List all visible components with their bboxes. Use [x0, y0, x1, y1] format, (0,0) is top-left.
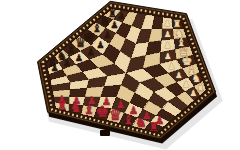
- three-player-chess-board: ♜♟♞♟♜♟♝♞♟♟♚♝♛♟♟♝♛♟♟♞♟♚♜♟♟♟♝♟♞♟♜♟♟♟♟♟♟♜♞♟…: [0, 0, 240, 150]
- black-pawn: ♟: [87, 46, 95, 57]
- white-rook: ♜: [196, 82, 205, 93]
- red-king: ♚: [95, 103, 109, 121]
- black-pawn: ♟: [63, 57, 71, 68]
- black-pawn: ♟: [75, 52, 83, 63]
- white-pawn: ♟: [164, 29, 172, 39]
- red-bishop: ♝: [122, 112, 134, 127]
- white-pawn: ♟: [189, 88, 197, 98]
- white-pawn: ♟: [164, 40, 172, 50]
- red-queen: ♛: [109, 106, 122, 123]
- white-pawn: ♟: [164, 51, 172, 61]
- red-rook: ♜: [57, 99, 68, 113]
- red-bishop: ♝: [83, 102, 95, 117]
- black-queen: ♛: [75, 35, 87, 50]
- red-knight: ♞: [70, 100, 82, 115]
- black-pawn: ♟: [51, 62, 59, 73]
- red-knight: ♞: [135, 115, 147, 130]
- product-photo: ♜♟♞♟♜♟♝♞♟♟♚♝♛♟♟♝♛♟♟♞♟♚♜♟♟♟♝♟♞♟♜♟♟♟♟♟♟♜♞♟…: [0, 0, 240, 150]
- white-pawn: ♟: [163, 18, 171, 28]
- red-rook: ♜: [148, 120, 159, 134]
- box-clasp: [100, 130, 110, 136]
- black-pawn: ♟: [96, 39, 104, 50]
